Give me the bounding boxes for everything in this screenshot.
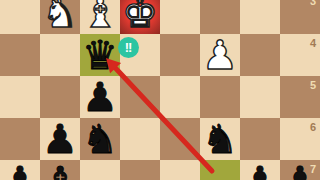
square-a4[interactable]: 4 xyxy=(280,34,320,76)
square-g5[interactable] xyxy=(40,76,80,118)
square-g6[interactable]: ♟ xyxy=(40,118,80,160)
white-king[interactable]: ♚ xyxy=(120,0,160,34)
square-g3[interactable]: ♞ xyxy=(40,0,80,34)
square-b5[interactable] xyxy=(240,76,280,118)
square-a5[interactable]: 5 xyxy=(280,76,320,118)
square-g7[interactable]: ♝ xyxy=(40,160,80,180)
square-c3[interactable] xyxy=(200,0,240,34)
chess-board: ♞♝♚3♛♟4♟5♟♞♞6♟♝♟7♟ xyxy=(0,0,320,180)
square-c5[interactable] xyxy=(200,76,240,118)
black-knight[interactable]: ♞ xyxy=(200,118,240,160)
rank-label-3: 3 xyxy=(310,0,316,7)
black-pawn[interactable]: ♟ xyxy=(80,76,120,118)
square-c4[interactable]: ♟ xyxy=(200,34,240,76)
square-d3[interactable] xyxy=(160,0,200,34)
square-f3[interactable]: ♝ xyxy=(80,0,120,34)
square-e6[interactable] xyxy=(120,118,160,160)
square-a7[interactable]: 7♟ xyxy=(280,160,320,180)
square-f4[interactable]: ♛ xyxy=(80,34,120,76)
square-f7[interactable] xyxy=(80,160,120,180)
square-h7[interactable]: ♟ xyxy=(0,160,40,180)
black-bishop[interactable]: ♝ xyxy=(40,160,80,180)
video-frame: ♞♝♚3♛♟4♟5♟♞♞6♟♝♟7♟ !! xyxy=(0,0,320,180)
square-f5[interactable]: ♟ xyxy=(80,76,120,118)
square-a6[interactable]: 6 xyxy=(280,118,320,160)
white-bishop[interactable]: ♝ xyxy=(80,0,120,34)
white-pawn[interactable]: ♟ xyxy=(200,34,240,76)
brilliant-move-badge: !! xyxy=(118,37,139,58)
square-h4[interactable] xyxy=(0,34,40,76)
square-b3[interactable] xyxy=(240,0,280,34)
square-d5[interactable] xyxy=(160,76,200,118)
rank-label-4: 4 xyxy=(310,37,316,49)
square-b7[interactable]: ♟ xyxy=(240,160,280,180)
black-knight[interactable]: ♞ xyxy=(80,118,120,160)
square-c7[interactable] xyxy=(200,160,240,180)
black-pawn[interactable]: ♟ xyxy=(40,118,80,160)
square-c6[interactable]: ♞ xyxy=(200,118,240,160)
black-pawn[interactable]: ♟ xyxy=(0,160,40,180)
square-h6[interactable] xyxy=(0,118,40,160)
square-e7[interactable] xyxy=(120,160,160,180)
square-d4[interactable] xyxy=(160,34,200,76)
black-queen[interactable]: ♛ xyxy=(80,34,120,76)
square-b4[interactable] xyxy=(240,34,280,76)
square-f6[interactable]: ♞ xyxy=(80,118,120,160)
rank-label-7: 7 xyxy=(310,163,316,175)
square-e3[interactable]: ♚ xyxy=(120,0,160,34)
square-e5[interactable] xyxy=(120,76,160,118)
square-d7[interactable] xyxy=(160,160,200,180)
square-h3[interactable] xyxy=(0,0,40,34)
square-b6[interactable] xyxy=(240,118,280,160)
black-pawn[interactable]: ♟ xyxy=(240,160,280,180)
square-h5[interactable] xyxy=(0,76,40,118)
rank-label-5: 5 xyxy=(310,79,316,91)
rank-label-6: 6 xyxy=(310,121,316,133)
square-g4[interactable] xyxy=(40,34,80,76)
square-d6[interactable] xyxy=(160,118,200,160)
white-knight[interactable]: ♞ xyxy=(40,0,80,34)
square-a3[interactable]: 3 xyxy=(280,0,320,34)
